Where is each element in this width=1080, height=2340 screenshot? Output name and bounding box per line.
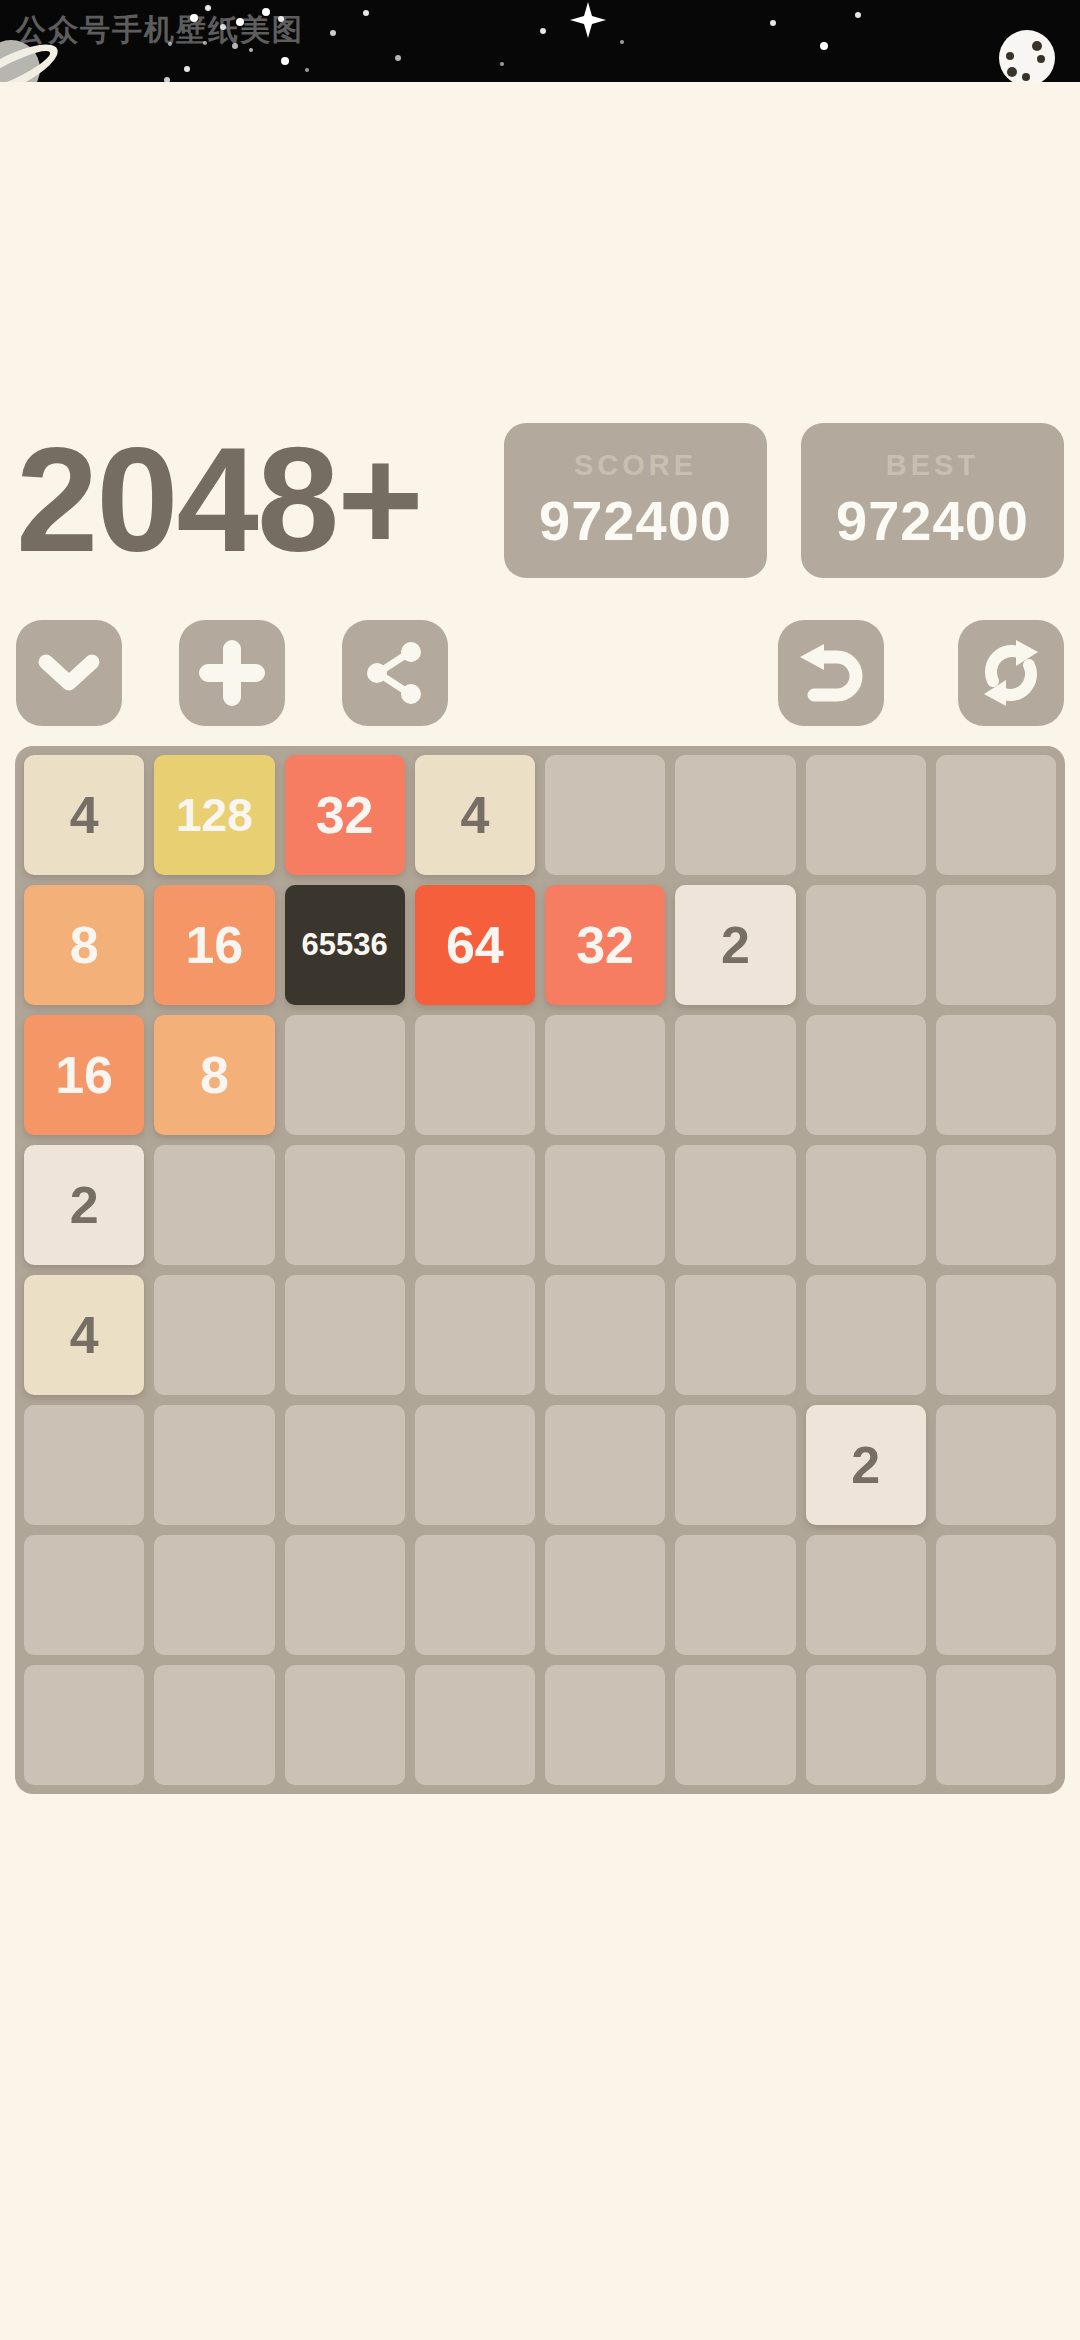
tile-4-r5-c1: 4	[24, 1275, 144, 1395]
empty-cell-r4-c3	[285, 1145, 405, 1265]
tile-16-r2-c2: 16	[154, 885, 274, 1005]
tile-64-r2-c4: 64	[415, 885, 535, 1005]
score-value: 972400	[539, 488, 732, 553]
empty-cell-r7-c5	[545, 1535, 665, 1655]
empty-cell-r3-c7	[806, 1015, 926, 1135]
page-title: 2048+	[16, 425, 504, 575]
empty-cell-r6-c3	[285, 1405, 405, 1525]
header: 2048+ SCORE 972400 BEST 972400	[16, 423, 1064, 578]
share-icon	[342, 620, 448, 726]
score-label: SCORE	[574, 449, 697, 482]
empty-cell-r4-c2	[154, 1145, 274, 1265]
empty-cell-r1-c5	[545, 755, 665, 875]
empty-cell-r4-c5	[545, 1145, 665, 1265]
toolbar-left-group	[16, 620, 448, 726]
empty-cell-r4-c7	[806, 1145, 926, 1265]
empty-cell-r3-c8	[936, 1015, 1056, 1135]
score-boxes: SCORE 972400 BEST 972400	[504, 423, 1064, 578]
star-dot	[363, 10, 369, 16]
empty-cell-r6-c5	[545, 1405, 665, 1525]
empty-cell-r7-c6	[675, 1535, 795, 1655]
empty-cell-r5-c4	[415, 1275, 535, 1395]
plus-icon	[179, 620, 285, 726]
tile-2-r4-c1: 2	[24, 1145, 144, 1265]
empty-cell-r6-c2	[154, 1405, 274, 1525]
star-dot	[395, 55, 401, 61]
star-dot	[203, 41, 207, 45]
moon-crater	[1032, 41, 1042, 51]
tile-128-r1-c2: 128	[154, 755, 274, 875]
undo-icon	[778, 620, 884, 726]
game-screen: 2048+ SCORE 972400 BEST 972400	[0, 82, 1080, 1794]
tile-2-r6-c7: 2	[806, 1405, 926, 1525]
collapse-button[interactable]	[16, 620, 122, 726]
star-dot	[305, 68, 309, 72]
empty-cell-r5-c6	[675, 1275, 795, 1395]
empty-cell-r1-c7	[806, 755, 926, 875]
tile-2-r2-c6: 2	[675, 885, 795, 1005]
star-dot	[168, 42, 172, 46]
game-board-8x8[interactable]: 41283248166553664322168242	[15, 746, 1065, 1794]
empty-cell-r8-c4	[415, 1665, 535, 1785]
star-dot	[770, 20, 776, 26]
best-label: BEST	[886, 449, 979, 482]
empty-cell-r7-c7	[806, 1535, 926, 1655]
moon-crater	[1006, 52, 1014, 60]
moon-icon	[999, 30, 1055, 82]
restart-button[interactable]	[958, 620, 1064, 726]
star-dot	[164, 77, 170, 82]
tile-8-r3-c2: 8	[154, 1015, 274, 1135]
empty-cell-r3-c3	[285, 1015, 405, 1135]
empty-cell-r5-c5	[545, 1275, 665, 1395]
empty-cell-r1-c6	[675, 755, 795, 875]
best-value: 972400	[836, 488, 1029, 553]
moon-crater	[1037, 55, 1045, 63]
star-dot	[220, 24, 226, 30]
empty-cell-r7-c8	[936, 1535, 1056, 1655]
tile-65536-r2-c3: 65536	[285, 885, 405, 1005]
empty-cell-r8-c1	[24, 1665, 144, 1785]
tile-8-r2-c1: 8	[24, 885, 144, 1005]
empty-cell-r7-c2	[154, 1535, 274, 1655]
star-dot	[184, 66, 190, 72]
empty-cell-r4-c8	[936, 1145, 1056, 1265]
share-button[interactable]	[342, 620, 448, 726]
score-box: SCORE 972400	[504, 423, 767, 578]
empty-cell-r7-c3	[285, 1535, 405, 1655]
toolbar-right-group	[778, 620, 1064, 726]
best-box: BEST 972400	[801, 423, 1064, 578]
star-dot	[500, 62, 504, 66]
star-dot	[249, 48, 253, 52]
empty-cell-r7-c4	[415, 1535, 535, 1655]
star-dot	[232, 43, 238, 49]
empty-cell-r5-c3	[285, 1275, 405, 1395]
empty-cell-r8-c6	[675, 1665, 795, 1785]
star-dot	[205, 5, 211, 11]
empty-cell-r6-c4	[415, 1405, 535, 1525]
tile-32-r2-c5: 32	[545, 885, 665, 1005]
empty-cell-r6-c8	[936, 1405, 1056, 1525]
empty-cell-r2-c7	[806, 885, 926, 1005]
tile-4-r1-c4: 4	[415, 755, 535, 875]
star-dot	[278, 16, 284, 22]
empty-cell-r1-c8	[936, 755, 1056, 875]
empty-cell-r5-c8	[936, 1275, 1056, 1395]
empty-cell-r8-c2	[154, 1665, 274, 1785]
empty-cell-r2-c8	[936, 885, 1056, 1005]
empty-cell-r3-c5	[545, 1015, 665, 1135]
add-button[interactable]	[179, 620, 285, 726]
star-dot	[262, 8, 270, 16]
saturn-planet-icon	[0, 40, 40, 82]
moon-crater	[1022, 73, 1030, 81]
star-dot	[190, 14, 198, 22]
star-dot	[620, 40, 624, 44]
empty-cell-r3-c6	[675, 1015, 795, 1135]
empty-cell-r5-c2	[154, 1275, 274, 1395]
empty-cell-r4-c4	[415, 1145, 535, 1265]
moon-crater	[1007, 67, 1017, 77]
empty-cell-r4-c6	[675, 1145, 795, 1265]
empty-cell-r3-c4	[415, 1015, 535, 1135]
wallpaper-watermark-text: 公众号手机壁纸美图	[16, 10, 304, 51]
undo-button[interactable]	[778, 620, 884, 726]
empty-cell-r6-c1	[24, 1405, 144, 1525]
star-dot	[855, 12, 861, 18]
star-dot	[236, 18, 244, 26]
chevron-down-icon	[16, 620, 122, 726]
tile-16-r3-c1: 16	[24, 1015, 144, 1135]
empty-cell-r8-c8	[936, 1665, 1056, 1785]
star-dot	[281, 57, 289, 65]
empty-cell-r8-c7	[806, 1665, 926, 1785]
empty-cell-r8-c5	[545, 1665, 665, 1785]
restart-icon	[958, 620, 1064, 726]
toolbar	[16, 620, 1064, 726]
tile-32-r1-c3: 32	[285, 755, 405, 875]
empty-cell-r7-c1	[24, 1535, 144, 1655]
tile-4-r1-c1: 4	[24, 755, 144, 875]
empty-cell-r6-c6	[675, 1405, 795, 1525]
empty-cell-r5-c7	[806, 1275, 926, 1395]
star-dot	[820, 42, 828, 50]
statusbar-wallpaper: 公众号手机壁纸美图	[0, 0, 1080, 82]
star-dot	[330, 30, 336, 36]
sparkle-star-icon	[570, 2, 606, 38]
star-dot	[540, 28, 546, 34]
empty-cell-r8-c3	[285, 1665, 405, 1785]
